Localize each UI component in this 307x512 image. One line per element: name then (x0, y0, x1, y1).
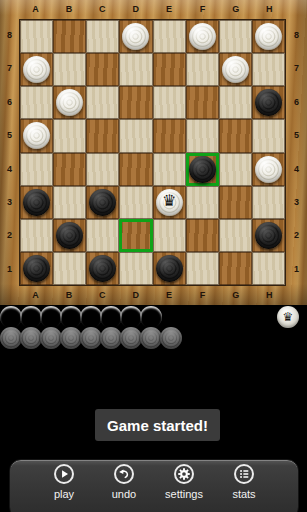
square-h5[interactable] (252, 119, 285, 152)
square-h3[interactable] (252, 186, 285, 219)
tray-white-piece (20, 306, 42, 328)
file-label-top-H: H (253, 0, 286, 19)
square-f7[interactable] (186, 53, 219, 86)
square-d7[interactable] (119, 53, 152, 86)
file-label-bottom-C: C (86, 286, 119, 305)
file-label-bottom-G: G (219, 286, 252, 305)
square-e4[interactable] (153, 153, 186, 186)
square-h2[interactable] (252, 219, 285, 252)
settings-button[interactable]: settings (156, 464, 212, 512)
rank-label-right-3: 3 (287, 186, 306, 219)
square-f1[interactable] (186, 252, 219, 285)
square-a7[interactable] (20, 53, 53, 86)
tray-black-piece (160, 327, 182, 349)
rank-label-right-8: 8 (287, 19, 306, 52)
black-man[interactable] (56, 222, 83, 249)
rank-label-left-7: 7 (0, 52, 19, 85)
square-c5[interactable] (86, 119, 119, 152)
square-g5[interactable] (219, 119, 252, 152)
square-d8[interactable] (119, 20, 152, 53)
square-e1[interactable] (153, 252, 186, 285)
square-c8[interactable] (86, 20, 119, 53)
square-a5[interactable] (20, 119, 53, 152)
square-b3[interactable] (53, 186, 86, 219)
file-label-bottom-F: F (186, 286, 219, 305)
white-king[interactable]: ♛ (156, 189, 183, 216)
black-man[interactable] (189, 156, 216, 183)
square-e3[interactable]: ♛ (153, 186, 186, 219)
square-a3[interactable] (20, 186, 53, 219)
square-g8[interactable] (219, 20, 252, 53)
square-d5[interactable] (119, 119, 152, 152)
square-c2[interactable] (86, 219, 119, 252)
tray-white-piece (140, 306, 162, 328)
undo-button[interactable]: undo (96, 464, 152, 512)
square-c3[interactable] (86, 186, 119, 219)
square-d1[interactable] (119, 252, 152, 285)
rank-label-right-4: 4 (287, 153, 306, 186)
rank-label-right-2: 2 (287, 219, 306, 252)
toast-text: Game started! (107, 417, 208, 434)
square-g3[interactable] (219, 186, 252, 219)
white-man[interactable] (189, 23, 216, 50)
tray-white-king-icon: ♛ (277, 306, 299, 328)
square-e5[interactable] (153, 119, 186, 152)
square-e2[interactable] (153, 219, 186, 252)
square-b1[interactable] (53, 252, 86, 285)
black-man[interactable] (255, 89, 282, 116)
square-b7[interactable] (53, 53, 86, 86)
square-g6[interactable] (219, 86, 252, 119)
black-man[interactable] (255, 222, 282, 249)
square-h4[interactable] (252, 153, 285, 186)
file-label-top-B: B (52, 0, 85, 19)
square-b5[interactable] (53, 119, 86, 152)
white-man[interactable] (222, 56, 249, 83)
rank-label-right-7: 7 (287, 52, 306, 85)
checkers-board: ♛ (19, 19, 286, 286)
tray-black-piece (120, 327, 142, 349)
gear-icon (174, 464, 194, 484)
app-screen: ♛ AABBCCDDEEFFGGHH8877665544332211 ♛ Gam… (0, 0, 307, 512)
square-d6[interactable] (119, 86, 152, 119)
black-man[interactable] (23, 189, 50, 216)
play-button[interactable]: play (36, 464, 92, 512)
square-c1[interactable] (86, 252, 119, 285)
square-d2[interactable] (119, 219, 152, 252)
king-crown-icon: ♛ (162, 193, 176, 209)
rank-label-left-2: 2 (0, 219, 19, 252)
black-man[interactable] (156, 255, 183, 282)
undo-icon (114, 464, 134, 484)
square-f4[interactable] (186, 153, 219, 186)
rank-label-left-4: 4 (0, 153, 19, 186)
black-man[interactable] (89, 255, 116, 282)
square-e8[interactable] (153, 20, 186, 53)
tray-white-piece (60, 306, 82, 328)
tray-black-piece (40, 327, 62, 349)
black-man[interactable] (23, 255, 50, 282)
square-d3[interactable] (119, 186, 152, 219)
tray-black-piece (0, 327, 22, 349)
square-f3[interactable] (186, 186, 219, 219)
rank-label-left-8: 8 (0, 19, 19, 52)
rank-label-left-1: 1 (0, 253, 19, 286)
square-g7[interactable] (219, 53, 252, 86)
file-label-top-A: A (19, 0, 52, 19)
white-man[interactable] (122, 23, 149, 50)
white-man[interactable] (23, 122, 50, 149)
square-g4[interactable] (219, 153, 252, 186)
rank-label-right-5: 5 (287, 119, 306, 152)
square-b8[interactable] (53, 20, 86, 53)
square-b6[interactable] (53, 86, 86, 119)
square-a1[interactable] (20, 252, 53, 285)
rank-label-left-3: 3 (0, 186, 19, 219)
square-h8[interactable] (252, 20, 285, 53)
play-icon (54, 464, 74, 484)
tray-black-piece (140, 327, 162, 349)
tray-white-piece (100, 306, 122, 328)
white-man[interactable] (23, 56, 50, 83)
stats-label: stats (232, 488, 255, 500)
rank-label-right-6: 6 (287, 86, 306, 119)
square-c4[interactable] (86, 153, 119, 186)
rank-label-left-6: 6 (0, 86, 19, 119)
square-f5[interactable] (186, 119, 219, 152)
square-g1[interactable] (219, 252, 252, 285)
square-h1[interactable] (252, 252, 285, 285)
white-man[interactable] (56, 89, 83, 116)
file-label-bottom-A: A (19, 286, 52, 305)
square-d4[interactable] (119, 153, 152, 186)
toast-message: Game started! (95, 409, 220, 441)
square-g2[interactable] (219, 219, 252, 252)
bottom-toolbar: play undo (9, 459, 299, 512)
square-a6[interactable] (20, 86, 53, 119)
rank-label-left-5: 5 (0, 119, 19, 152)
file-label-top-E: E (153, 0, 186, 19)
file-label-top-D: D (119, 0, 152, 19)
black-man[interactable] (89, 189, 116, 216)
stats-button[interactable]: stats (216, 464, 272, 512)
list-icon (234, 464, 254, 484)
file-label-bottom-E: E (153, 286, 186, 305)
square-a2[interactable] (20, 219, 53, 252)
square-e6[interactable] (153, 86, 186, 119)
tray-white-piece (0, 306, 22, 328)
square-a8[interactable] (20, 20, 53, 53)
square-f6[interactable] (186, 86, 219, 119)
square-e7[interactable] (153, 53, 186, 86)
file-label-bottom-D: D (119, 286, 152, 305)
play-label: play (54, 488, 74, 500)
tray-black-piece (20, 327, 42, 349)
square-b2[interactable] (53, 219, 86, 252)
king-crown-icon: ♛ (283, 311, 294, 323)
rank-label-right-1: 1 (287, 253, 306, 286)
tray-white-piece (80, 306, 102, 328)
file-label-bottom-H: H (253, 286, 286, 305)
square-c6[interactable] (86, 86, 119, 119)
file-label-top-C: C (86, 0, 119, 19)
white-man[interactable] (255, 156, 282, 183)
square-h6[interactable] (252, 86, 285, 119)
tray-black-piece (60, 327, 82, 349)
square-f8[interactable] (186, 20, 219, 53)
tray-black-piece (100, 327, 122, 349)
square-f2[interactable] (186, 219, 219, 252)
undo-label: undo (112, 488, 136, 500)
file-label-top-F: F (186, 0, 219, 19)
square-c7[interactable] (86, 53, 119, 86)
board-frame: ♛ AABBCCDDEEFFGGHH8877665544332211 (0, 0, 307, 305)
tray-black-piece (80, 327, 102, 349)
square-a4[interactable] (20, 153, 53, 186)
white-man[interactable] (255, 23, 282, 50)
file-label-top-G: G (219, 0, 252, 19)
square-h7[interactable] (252, 53, 285, 86)
file-label-bottom-B: B (52, 286, 85, 305)
tray-white-piece (120, 306, 142, 328)
square-b4[interactable] (53, 153, 86, 186)
tray-white-piece (40, 306, 62, 328)
settings-label: settings (165, 488, 203, 500)
